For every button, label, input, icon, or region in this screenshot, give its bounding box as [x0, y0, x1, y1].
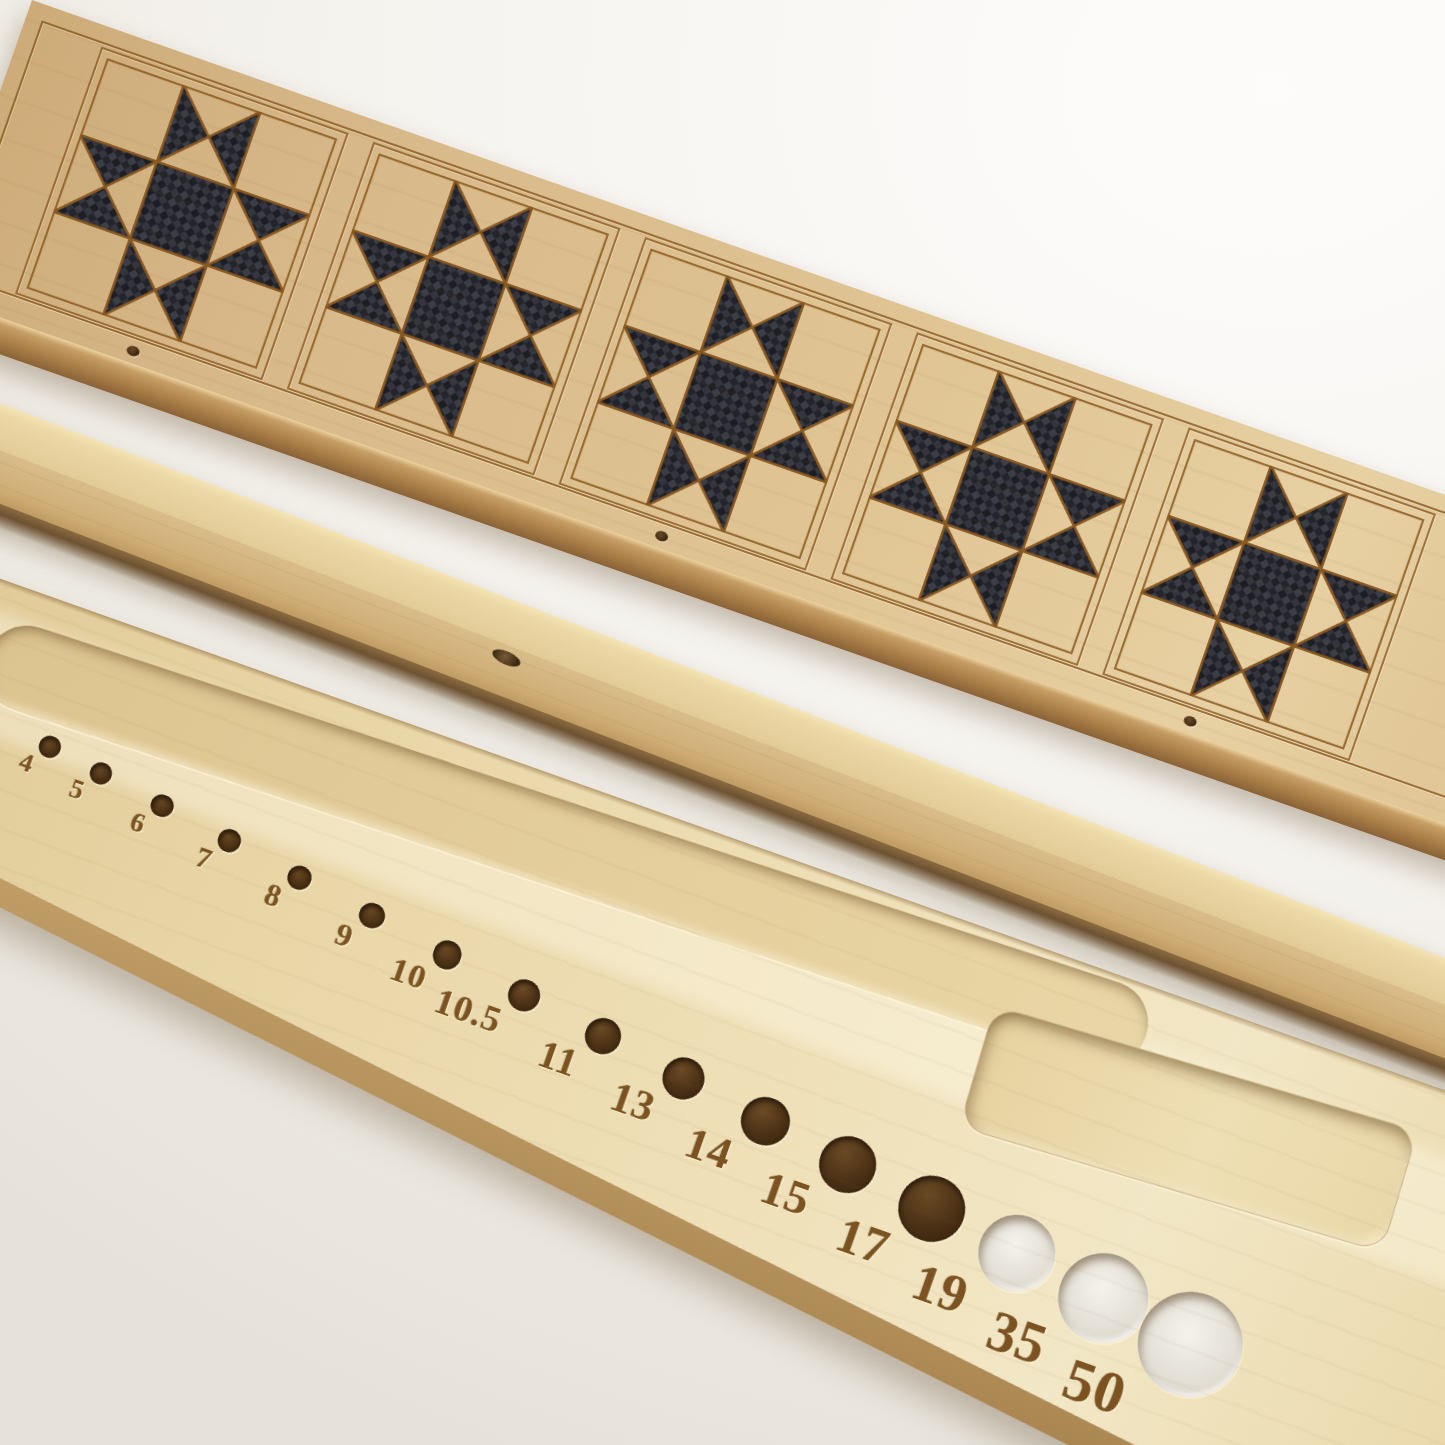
- block-frame-engraving: [287, 142, 621, 476]
- gauge-hole-15: [812, 1128, 884, 1200]
- gauge-hole-11: [580, 1013, 626, 1059]
- gauge-size-label-11: 11: [533, 1031, 585, 1086]
- ohio-star-pattern: [1114, 439, 1425, 750]
- gauge-hole-14: [734, 1090, 796, 1152]
- gauge-size-label-4: 4: [15, 747, 38, 780]
- gauge-hole-5: [86, 759, 114, 787]
- block-frame-engraving: [15, 47, 349, 381]
- gauge-size-label-10.5: 10.5: [429, 979, 508, 1042]
- gauge-size-label-6: 6: [126, 805, 151, 840]
- gauge-size-label-10: 10: [385, 948, 432, 997]
- block-frame-engraving: [830, 332, 1164, 666]
- gauge-size-label-5: 5: [65, 773, 89, 807]
- gauge-hole-10: [429, 937, 465, 973]
- gauge-hole-9: [356, 899, 389, 932]
- ohio-star-pattern: [26, 58, 337, 369]
- ohio-star-block: [842, 344, 1153, 655]
- gauge-hole-13: [657, 1052, 710, 1105]
- ohio-star-block: [570, 248, 881, 559]
- gauge-size-label-9: 9: [330, 915, 359, 956]
- block-frame-engraving: [559, 237, 893, 571]
- ohio-star-block: [1114, 439, 1425, 750]
- gauge-hole-10.5: [504, 975, 545, 1016]
- margin-pin-hole: [125, 344, 141, 358]
- gauge-hole-17: [890, 1166, 975, 1251]
- margin-pin-hole: [1182, 714, 1198, 728]
- ohio-star-pattern: [298, 153, 609, 464]
- margin-pin-hole: [654, 529, 670, 543]
- photo-backdrop: 4567891010.51113141517193550: [0, 0, 1445, 1445]
- gauge-size-label-14: 14: [679, 1116, 740, 1181]
- block-frame-engraving: [1102, 427, 1436, 761]
- ohio-star-pattern: [570, 248, 881, 559]
- gauge-hole-6: [148, 792, 176, 820]
- gauge-hole-4: [36, 733, 64, 761]
- gauge-size-label-17: 17: [829, 1204, 898, 1276]
- gauge-size-label-19: 19: [904, 1250, 977, 1327]
- gauge-size-label-35: 35: [979, 1297, 1056, 1378]
- gauge-size-label-8: 8: [260, 877, 287, 915]
- gauge-hole-8: [284, 862, 315, 893]
- ohio-star-pattern: [842, 344, 1153, 655]
- gauge-hole-19: [967, 1204, 1066, 1303]
- gauge-size-label-15: 15: [754, 1160, 819, 1227]
- ohio-star-block: [26, 58, 337, 369]
- gauge-hole-35: [1045, 1240, 1160, 1355]
- gauge-size-label-7: 7: [192, 840, 218, 876]
- gauge-size-label-13: 13: [605, 1072, 662, 1132]
- gauge-hole-50: [1123, 1277, 1257, 1411]
- ohio-star-block: [298, 153, 609, 464]
- gauge-hole-7: [214, 826, 243, 855]
